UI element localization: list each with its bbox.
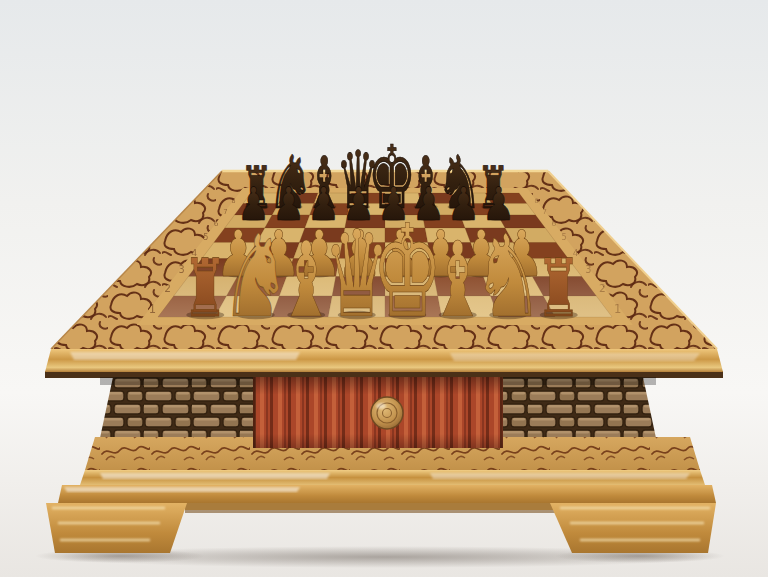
platform-gloss bbox=[64, 487, 300, 492]
piece-white-knight-g1: ♞ bbox=[472, 211, 544, 343]
bevel-gloss-right bbox=[450, 353, 700, 361]
rank-label-right-2: 2 bbox=[599, 282, 606, 294]
piece-white-rook-h1: ♜ bbox=[537, 241, 581, 335]
drawer-gap-left bbox=[253, 377, 256, 448]
molding-gloss-left bbox=[100, 473, 330, 479]
rank-label-left-8: 8 bbox=[232, 197, 236, 204]
scene-canvas: 1122334455667788 ♜♞♝♛♚♝♞♜♟♟♟♟♟♟♟♟♟♟♟♟♟♟♟… bbox=[0, 0, 768, 577]
drawer-knob bbox=[371, 397, 403, 429]
stretcher-shadow bbox=[185, 510, 560, 513]
knob-highlight bbox=[376, 403, 386, 409]
brick-panel-right bbox=[503, 377, 656, 438]
rank-label-left-2: 2 bbox=[164, 282, 171, 294]
brick-panel-left bbox=[100, 377, 253, 438]
rank-label-right-1: 1 bbox=[614, 302, 621, 316]
rank-label-right-8: 8 bbox=[534, 197, 538, 204]
rank-label-left-1: 1 bbox=[149, 302, 156, 316]
board-underside-shadow bbox=[45, 371, 723, 378]
drawer-gap-right bbox=[500, 377, 503, 448]
foot-right bbox=[550, 503, 716, 553]
foot-left bbox=[46, 503, 187, 553]
rank-label-right-3: 3 bbox=[585, 264, 591, 275]
bevel-gloss-left bbox=[70, 352, 300, 360]
molding-gloss-right bbox=[430, 473, 690, 479]
rank-label-right-6: 6 bbox=[551, 219, 556, 228]
wooden-chess-set-photo: 1122334455667788 ♜♞♝♛♚♝♞♜♟♟♟♟♟♟♟♟♟♟♟♟♟♟♟… bbox=[0, 0, 768, 577]
stretcher-bar bbox=[185, 503, 560, 510]
